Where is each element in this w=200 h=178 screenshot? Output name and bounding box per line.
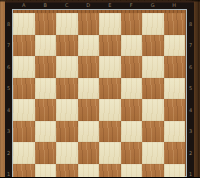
square-c8[interactable] bbox=[56, 13, 78, 35]
square-a2[interactable] bbox=[13, 142, 35, 164]
square-e3[interactable] bbox=[99, 121, 121, 143]
square-e1[interactable] bbox=[99, 164, 121, 178]
board-grid bbox=[13, 13, 185, 177]
rank-label-right-1: 1 bbox=[189, 164, 192, 178]
square-e4[interactable] bbox=[99, 99, 121, 121]
file-label-b: B bbox=[35, 1, 57, 10]
rank-label-left-3: 3 bbox=[7, 121, 10, 143]
square-f1[interactable] bbox=[121, 164, 143, 178]
square-d2[interactable] bbox=[78, 142, 100, 164]
square-a4[interactable] bbox=[13, 99, 35, 121]
square-f5[interactable] bbox=[121, 78, 143, 100]
rank-labels-right: 87654321 bbox=[187, 13, 194, 177]
square-a1[interactable] bbox=[13, 164, 35, 178]
square-e8[interactable] bbox=[99, 13, 121, 35]
rank-label-left-5: 5 bbox=[7, 78, 10, 100]
square-h1[interactable] bbox=[164, 164, 186, 178]
square-c7[interactable] bbox=[56, 35, 78, 57]
square-h6[interactable] bbox=[164, 56, 186, 78]
square-f2[interactable] bbox=[121, 142, 143, 164]
square-a8[interactable] bbox=[13, 13, 35, 35]
rank-label-left-1: 1 bbox=[7, 164, 10, 178]
rank-labels-left: 87654321 bbox=[5, 13, 12, 177]
file-labels-top: ABCDEFGH bbox=[13, 1, 185, 10]
rank-label-right-8: 8 bbox=[189, 13, 192, 35]
square-b7[interactable] bbox=[35, 35, 57, 57]
square-a5[interactable] bbox=[13, 78, 35, 100]
square-a3[interactable] bbox=[13, 121, 35, 143]
square-a7[interactable] bbox=[13, 35, 35, 57]
square-b2[interactable] bbox=[35, 142, 57, 164]
square-g6[interactable] bbox=[142, 56, 164, 78]
square-h4[interactable] bbox=[164, 99, 186, 121]
rank-label-right-4: 4 bbox=[189, 99, 192, 121]
square-b1[interactable] bbox=[35, 164, 57, 178]
square-d6[interactable] bbox=[78, 56, 100, 78]
file-label-e: E bbox=[99, 1, 121, 10]
rank-label-left-8: 8 bbox=[7, 13, 10, 35]
square-g2[interactable] bbox=[142, 142, 164, 164]
square-g3[interactable] bbox=[142, 121, 164, 143]
square-g4[interactable] bbox=[142, 99, 164, 121]
square-h3[interactable] bbox=[164, 121, 186, 143]
square-g7[interactable] bbox=[142, 35, 164, 57]
square-g1[interactable] bbox=[142, 164, 164, 178]
square-d1[interactable] bbox=[78, 164, 100, 178]
square-c1[interactable] bbox=[56, 164, 78, 178]
square-c3[interactable] bbox=[56, 121, 78, 143]
file-label-g: G bbox=[142, 1, 164, 10]
rank-label-left-2: 2 bbox=[7, 142, 10, 164]
square-h2[interactable] bbox=[164, 142, 186, 164]
rank-label-right-5: 5 bbox=[189, 78, 192, 100]
square-a6[interactable] bbox=[13, 56, 35, 78]
rank-label-left-7: 7 bbox=[7, 35, 10, 57]
square-b5[interactable] bbox=[35, 78, 57, 100]
rank-label-right-2: 2 bbox=[189, 142, 192, 164]
square-h5[interactable] bbox=[164, 78, 186, 100]
square-f4[interactable] bbox=[121, 99, 143, 121]
square-b8[interactable] bbox=[35, 13, 57, 35]
rank-label-right-3: 3 bbox=[189, 121, 192, 143]
square-b6[interactable] bbox=[35, 56, 57, 78]
rank-label-right-6: 6 bbox=[189, 56, 192, 78]
square-c2[interactable] bbox=[56, 142, 78, 164]
square-e6[interactable] bbox=[99, 56, 121, 78]
square-c4[interactable] bbox=[56, 99, 78, 121]
square-g8[interactable] bbox=[142, 13, 164, 35]
file-label-c: C bbox=[56, 1, 78, 10]
square-g5[interactable] bbox=[142, 78, 164, 100]
square-f6[interactable] bbox=[121, 56, 143, 78]
square-b4[interactable] bbox=[35, 99, 57, 121]
square-h8[interactable] bbox=[164, 13, 186, 35]
square-f3[interactable] bbox=[121, 121, 143, 143]
square-c5[interactable] bbox=[56, 78, 78, 100]
square-e5[interactable] bbox=[99, 78, 121, 100]
rank-label-right-7: 7 bbox=[189, 35, 192, 57]
square-d3[interactable] bbox=[78, 121, 100, 143]
square-d4[interactable] bbox=[78, 99, 100, 121]
square-b3[interactable] bbox=[35, 121, 57, 143]
square-f8[interactable] bbox=[121, 13, 143, 35]
file-label-h: H bbox=[164, 1, 186, 10]
square-e7[interactable] bbox=[99, 35, 121, 57]
chessboard: ABCDEFGH 87654321 87654321 bbox=[0, 0, 200, 177]
square-h7[interactable] bbox=[164, 35, 186, 57]
file-label-a: A bbox=[13, 1, 35, 10]
file-label-f: F bbox=[121, 1, 143, 10]
square-c6[interactable] bbox=[56, 56, 78, 78]
square-e2[interactable] bbox=[99, 142, 121, 164]
square-f7[interactable] bbox=[121, 35, 143, 57]
rank-label-left-4: 4 bbox=[7, 99, 10, 121]
square-d8[interactable] bbox=[78, 13, 100, 35]
rank-label-left-6: 6 bbox=[7, 56, 10, 78]
square-d5[interactable] bbox=[78, 78, 100, 100]
file-label-d: D bbox=[78, 1, 100, 10]
square-d7[interactable] bbox=[78, 35, 100, 57]
